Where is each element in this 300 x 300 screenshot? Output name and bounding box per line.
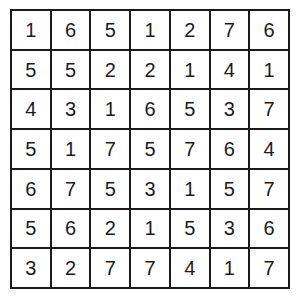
grid-cell-r2c2: 1	[90, 89, 130, 129]
grid-cell-r6c0: 3	[11, 248, 51, 288]
grid-cell-r1c1: 5	[51, 50, 91, 90]
grid-cell-r1c6: 1	[249, 50, 289, 90]
grid-cell-r3c4: 7	[170, 129, 210, 169]
grid-cell-r5c2: 2	[90, 209, 130, 249]
grid-cell-r5c6: 6	[249, 209, 289, 249]
grid-cell-r5c4: 5	[170, 209, 210, 249]
grid-cell-r3c6: 4	[249, 129, 289, 169]
grid-cell-r3c3: 5	[130, 129, 170, 169]
grid-cell-r2c3: 6	[130, 89, 170, 129]
grid-cell-r4c5: 5	[210, 169, 250, 209]
grid-cell-r0c3: 1	[130, 10, 170, 50]
grid-cell-r3c5: 6	[210, 129, 250, 169]
puzzle-canvas: 1651276552214143165375175764675315756215…	[0, 0, 300, 300]
grid-cell-r6c4: 4	[170, 248, 210, 288]
grid-cell-r0c0: 1	[11, 10, 51, 50]
grid-cell-r2c1: 3	[51, 89, 91, 129]
grid-cell-r4c0: 6	[11, 169, 51, 209]
grid-cell-r6c3: 7	[130, 248, 170, 288]
grid-cell-r0c6: 6	[249, 10, 289, 50]
grid-cell-r4c4: 1	[170, 169, 210, 209]
grid-cell-r1c4: 1	[170, 50, 210, 90]
grid-cell-r0c1: 6	[51, 10, 91, 50]
grid-cell-r2c5: 3	[210, 89, 250, 129]
number-grid-board: 1651276552214143165375175764675315756215…	[10, 9, 290, 289]
grid-cell-r4c3: 3	[130, 169, 170, 209]
grid-cell-r0c5: 7	[210, 10, 250, 50]
grid-cell-r3c0: 5	[11, 129, 51, 169]
grid-cell-r5c3: 1	[130, 209, 170, 249]
grid-cell-r1c0: 5	[11, 50, 51, 90]
grid-cell-r4c2: 5	[90, 169, 130, 209]
grid-cell-r1c2: 2	[90, 50, 130, 90]
grid-cell-r1c5: 4	[210, 50, 250, 90]
grid-cell-r2c4: 5	[170, 89, 210, 129]
grid-cell-r3c1: 1	[51, 129, 91, 169]
grid-cell-r2c6: 7	[249, 89, 289, 129]
grid-cell-r6c6: 7	[249, 248, 289, 288]
grid-cell-r5c5: 3	[210, 209, 250, 249]
grid-cell-r6c5: 1	[210, 248, 250, 288]
grid-cell-r6c2: 7	[90, 248, 130, 288]
grid-cell-r0c4: 2	[170, 10, 210, 50]
grid-cell-r3c2: 7	[90, 129, 130, 169]
grid-cell-r4c1: 7	[51, 169, 91, 209]
grid-cell-r1c3: 2	[130, 50, 170, 90]
grid-cell-r5c0: 5	[11, 209, 51, 249]
grid-cell-r0c2: 5	[90, 10, 130, 50]
grid-cell-r4c6: 7	[249, 169, 289, 209]
grid-cell-r2c0: 4	[11, 89, 51, 129]
grid-cell-r5c1: 6	[51, 209, 91, 249]
grid-cell-r6c1: 2	[51, 248, 91, 288]
